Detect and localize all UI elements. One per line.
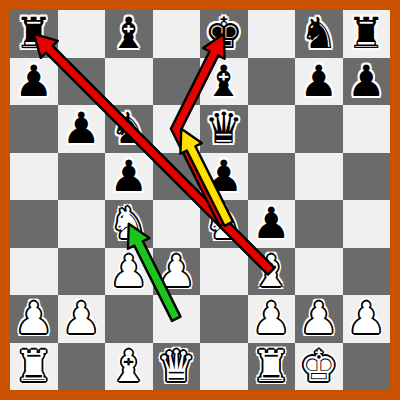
black-pawn-b6[interactable]: ♟ — [62, 107, 101, 150]
square-a4[interactable] — [10, 200, 58, 248]
square-g4[interactable] — [295, 200, 343, 248]
square-f1[interactable]: ♜ — [248, 343, 296, 391]
square-g3[interactable] — [295, 248, 343, 296]
square-b7[interactable] — [58, 58, 106, 106]
square-a8[interactable]: ♜ — [10, 10, 58, 58]
black-pawn-e5[interactable]: ♟ — [204, 155, 243, 198]
square-c8[interactable]: ♝ — [105, 10, 153, 58]
square-g8[interactable]: ♞ — [295, 10, 343, 58]
black-knight-g8[interactable]: ♞ — [299, 12, 338, 55]
square-h3[interactable] — [343, 248, 391, 296]
square-b5[interactable] — [58, 153, 106, 201]
black-rook-h8[interactable]: ♜ — [347, 12, 386, 55]
square-c3[interactable]: ♟ — [105, 248, 153, 296]
square-d3[interactable]: ♟ — [153, 248, 201, 296]
square-b3[interactable] — [58, 248, 106, 296]
square-a7[interactable]: ♟ — [10, 58, 58, 106]
square-a3[interactable] — [10, 248, 58, 296]
square-d8[interactable] — [153, 10, 201, 58]
square-c2[interactable] — [105, 295, 153, 343]
square-e4[interactable]: ♞ — [200, 200, 248, 248]
white-pawn-f2[interactable]: ♟ — [252, 297, 291, 340]
white-rook-f1[interactable]: ♜ — [252, 345, 291, 388]
white-pawn-b2[interactable]: ♟ — [62, 297, 101, 340]
black-rook-a8[interactable]: ♜ — [14, 12, 53, 55]
white-pawn-g2[interactable]: ♟ — [299, 297, 338, 340]
square-c7[interactable] — [105, 58, 153, 106]
square-h1[interactable] — [343, 343, 391, 391]
square-e5[interactable]: ♟ — [200, 153, 248, 201]
black-bishop-e7[interactable]: ♝ — [204, 60, 243, 103]
square-h8[interactable]: ♜ — [343, 10, 391, 58]
chess-board: ♜♝♚♞♜♟♝♟♟♟♞♛♟♟♞♞♟♟♟♝♟♟♟♟♟♜♝♛♜♚ — [10, 10, 390, 390]
white-pawn-c3[interactable]: ♟ — [109, 250, 148, 293]
white-pawn-h2[interactable]: ♟ — [347, 297, 386, 340]
black-pawn-a7[interactable]: ♟ — [14, 60, 53, 103]
square-c5[interactable]: ♟ — [105, 153, 153, 201]
square-b4[interactable] — [58, 200, 106, 248]
square-a2[interactable]: ♟ — [10, 295, 58, 343]
square-c6[interactable]: ♞ — [105, 105, 153, 153]
square-h4[interactable] — [343, 200, 391, 248]
white-knight-c4[interactable]: ♞ — [109, 202, 148, 245]
square-d2[interactable] — [153, 295, 201, 343]
white-knight-e4[interactable]: ♞ — [204, 202, 243, 245]
square-h5[interactable] — [343, 153, 391, 201]
white-bishop-c1[interactable]: ♝ — [109, 345, 148, 388]
square-d6[interactable] — [153, 105, 201, 153]
white-rook-a1[interactable]: ♜ — [14, 345, 53, 388]
square-d1[interactable]: ♛ — [153, 343, 201, 391]
black-pawn-f4[interactable]: ♟ — [252, 202, 291, 245]
square-f8[interactable] — [248, 10, 296, 58]
black-queen-e6[interactable]: ♛ — [204, 107, 243, 150]
square-g5[interactable] — [295, 153, 343, 201]
square-g6[interactable] — [295, 105, 343, 153]
black-king-e8[interactable]: ♚ — [204, 12, 243, 55]
white-pawn-a2[interactable]: ♟ — [14, 297, 53, 340]
square-a5[interactable] — [10, 153, 58, 201]
square-c4[interactable]: ♞ — [105, 200, 153, 248]
square-d7[interactable] — [153, 58, 201, 106]
square-h6[interactable] — [343, 105, 391, 153]
square-e7[interactable]: ♝ — [200, 58, 248, 106]
square-f2[interactable]: ♟ — [248, 295, 296, 343]
square-a1[interactable]: ♜ — [10, 343, 58, 391]
square-b1[interactable] — [58, 343, 106, 391]
black-bishop-c8[interactable]: ♝ — [109, 12, 148, 55]
square-d4[interactable] — [153, 200, 201, 248]
black-pawn-c5[interactable]: ♟ — [109, 155, 148, 198]
white-queen-d1[interactable]: ♛ — [157, 345, 196, 388]
square-g2[interactable]: ♟ — [295, 295, 343, 343]
square-d5[interactable] — [153, 153, 201, 201]
square-f7[interactable] — [248, 58, 296, 106]
square-b2[interactable]: ♟ — [58, 295, 106, 343]
square-e1[interactable] — [200, 343, 248, 391]
square-a6[interactable] — [10, 105, 58, 153]
white-pawn-d3[interactable]: ♟ — [157, 250, 196, 293]
square-c1[interactable]: ♝ — [105, 343, 153, 391]
square-e2[interactable] — [200, 295, 248, 343]
square-b8[interactable] — [58, 10, 106, 58]
square-f3[interactable]: ♝ — [248, 248, 296, 296]
square-g7[interactable]: ♟ — [295, 58, 343, 106]
square-f4[interactable]: ♟ — [248, 200, 296, 248]
chess-board-frame: ♜♝♚♞♜♟♝♟♟♟♞♛♟♟♞♞♟♟♟♝♟♟♟♟♟♜♝♛♜♚ — [0, 0, 400, 400]
square-e8[interactable]: ♚ — [200, 10, 248, 58]
square-e6[interactable]: ♛ — [200, 105, 248, 153]
square-h2[interactable]: ♟ — [343, 295, 391, 343]
black-pawn-g7[interactable]: ♟ — [299, 60, 338, 103]
square-b6[interactable]: ♟ — [58, 105, 106, 153]
square-f5[interactable] — [248, 153, 296, 201]
square-e3[interactable] — [200, 248, 248, 296]
square-f6[interactable] — [248, 105, 296, 153]
black-pawn-h7[interactable]: ♟ — [347, 60, 386, 103]
white-king-g1[interactable]: ♚ — [299, 345, 338, 388]
square-h7[interactable]: ♟ — [343, 58, 391, 106]
square-g1[interactable]: ♚ — [295, 343, 343, 391]
white-bishop-f3[interactable]: ♝ — [252, 250, 291, 293]
black-knight-c6[interactable]: ♞ — [109, 107, 148, 150]
